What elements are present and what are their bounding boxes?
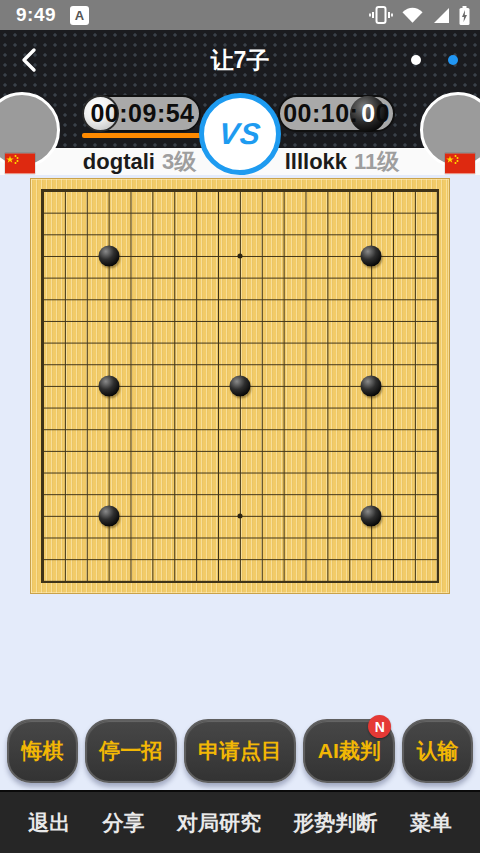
black-stone-D16 <box>98 245 119 266</box>
black-stone-D10 <box>98 376 119 397</box>
new-badge: N <box>368 715 391 738</box>
ai-referee-button[interactable]: AI裁判 N <box>303 719 395 783</box>
bottom-nav: 退出 分享 对局研究 形势判断 菜单 <box>0 790 480 853</box>
undo-label: 悔棋 <box>21 737 63 765</box>
request-count-button[interactable]: 申请点目 <box>184 719 297 783</box>
vs-badge: VS <box>199 93 281 175</box>
resign-label: 认输 <box>417 737 459 765</box>
black-stone-Q16 <box>361 245 382 266</box>
status-bar: 9:49 A <box>0 0 480 30</box>
right-player-name-row: llllokk 11级 <box>252 148 432 175</box>
nav-share[interactable]: 分享 <box>103 809 145 837</box>
nav-position-judgment[interactable]: 形势判断 <box>293 809 377 837</box>
black-stone-K10 <box>230 376 251 397</box>
vs-label: VS <box>217 117 263 151</box>
request-count-label: 申请点目 <box>198 737 282 765</box>
right-clock-time-tail: 0 <box>375 99 389 128</box>
app-header: 让7子 <box>0 30 480 90</box>
board-intersections <box>43 191 437 581</box>
black-stone-Q4 <box>361 506 382 527</box>
nav-game-research[interactable]: 对局研究 <box>177 809 261 837</box>
undo-button[interactable]: 悔棋 <box>7 719 78 783</box>
go-board[interactable] <box>30 178 450 594</box>
left-player-clock: 00:09:54 <box>84 95 201 132</box>
star-point-K16 <box>238 253 243 258</box>
action-buttons-row: 悔棋 停一招 申请点目 AI裁判 N 认输 <box>0 719 480 783</box>
pass-label: 停一招 <box>99 737 162 765</box>
star-point-K4 <box>238 514 243 519</box>
back-chevron-icon <box>18 47 44 73</box>
right-player-flag-china <box>445 153 475 174</box>
left-player-rank: 3级 <box>162 147 196 177</box>
black-stone-Q10 <box>361 376 382 397</box>
back-button[interactable] <box>14 43 48 77</box>
resign-button[interactable]: 认输 <box>402 719 473 783</box>
page-dot-active <box>448 55 458 65</box>
active-turn-indicator <box>82 133 202 138</box>
signal-icon <box>432 6 451 24</box>
players-panel: 00:09:54 00:10: 0 0 dogtali 3级 llllokk 1… <box>0 90 480 175</box>
ai-referee-label: AI裁判 <box>318 737 381 765</box>
page-title: 让7子 <box>0 45 480 76</box>
right-clock-time: 00:10: <box>283 99 358 128</box>
ime-icon: A <box>70 6 89 25</box>
game-area: 悔棋 停一招 申请点目 AI裁判 N 认输 <box>0 175 480 790</box>
page-dot <box>411 55 421 65</box>
right-player-rank: 11级 <box>354 147 399 177</box>
right-player-name: llllokk <box>285 149 347 175</box>
clock-time: 9:49 <box>16 4 56 26</box>
left-player-name: dogtali <box>83 149 155 175</box>
app-screen: 9:49 A <box>0 0 480 853</box>
right-player-clock: 00:10: 0 0 <box>278 95 395 132</box>
battery-icon <box>459 6 470 25</box>
wifi-icon <box>401 6 424 24</box>
left-player-flag-china <box>5 153 35 174</box>
nav-menu[interactable]: 菜单 <box>410 809 452 837</box>
pass-button[interactable]: 停一招 <box>85 719 177 783</box>
black-stone-D4 <box>98 506 119 527</box>
left-player-name-row: dogtali 3级 <box>52 148 227 175</box>
left-clock-time: 00:09:54 <box>90 99 194 128</box>
nav-exit[interactable]: 退出 <box>28 809 70 837</box>
page-indicator <box>411 55 466 65</box>
vibrate-icon <box>369 6 393 24</box>
